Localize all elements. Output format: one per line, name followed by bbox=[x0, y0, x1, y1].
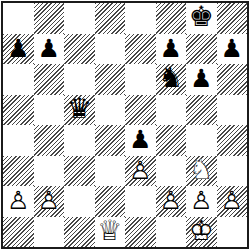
white-pawn-icon: ♙ bbox=[160, 188, 182, 213]
black-knight-icon: ♞ bbox=[158, 65, 183, 93]
square-h1[interactable] bbox=[217, 217, 248, 248]
square-e8[interactable] bbox=[125, 3, 156, 34]
square-c6[interactable] bbox=[64, 64, 95, 95]
white-pawn-icon: ♙ bbox=[38, 188, 60, 213]
square-f6[interactable]: ♞ bbox=[156, 64, 187, 95]
square-e4[interactable]: ♟ bbox=[125, 125, 156, 156]
black-pawn-icon: ♟ bbox=[38, 36, 60, 61]
square-f2[interactable]: ♟♙ bbox=[156, 186, 187, 217]
square-f8[interactable] bbox=[156, 3, 187, 34]
square-d8[interactable] bbox=[95, 3, 126, 34]
piece-white-pawn[interactable]: ♟♙ bbox=[156, 186, 187, 217]
square-e1[interactable] bbox=[125, 217, 156, 248]
black-pawn-icon: ♟ bbox=[190, 66, 212, 91]
square-b2[interactable]: ♟♙ bbox=[34, 186, 65, 217]
square-f5[interactable] bbox=[156, 95, 187, 126]
square-d5[interactable] bbox=[95, 95, 126, 126]
square-g3[interactable]: ♞♘ bbox=[186, 156, 217, 187]
piece-white-pawn[interactable]: ♟♙ bbox=[125, 156, 156, 187]
square-a5[interactable] bbox=[3, 95, 34, 126]
piece-black-pawn[interactable]: ♟ bbox=[34, 34, 65, 65]
square-h2[interactable]: ♟♙ bbox=[217, 186, 248, 217]
square-d4[interactable] bbox=[95, 125, 126, 156]
square-c1[interactable] bbox=[64, 217, 95, 248]
square-h5[interactable] bbox=[217, 95, 248, 126]
black-pawn-icon: ♟ bbox=[129, 127, 151, 152]
piece-black-pawn[interactable]: ♟ bbox=[3, 34, 34, 65]
square-e2[interactable] bbox=[125, 186, 156, 217]
square-f7[interactable]: ♟ bbox=[156, 34, 187, 65]
square-h6[interactable] bbox=[217, 64, 248, 95]
piece-white-pawn[interactable]: ♟♙ bbox=[3, 186, 34, 217]
square-a7[interactable]: ♟ bbox=[3, 34, 34, 65]
square-f1[interactable] bbox=[156, 217, 187, 248]
square-c8[interactable] bbox=[64, 3, 95, 34]
square-a2[interactable]: ♟♙ bbox=[3, 186, 34, 217]
square-g6[interactable]: ♟ bbox=[186, 64, 217, 95]
chess-diagram: ♚♟♟♟♟♞♟♛♟♟♙♞♘♟♙♟♙♟♙♟♙♟♙♛♕♚♔ bbox=[0, 0, 250, 250]
square-b7[interactable]: ♟ bbox=[34, 34, 65, 65]
piece-white-king[interactable]: ♚♔ bbox=[186, 217, 217, 248]
white-pawn-icon: ♙ bbox=[7, 188, 29, 213]
white-knight-icon: ♘ bbox=[189, 156, 214, 184]
black-queen-icon: ♛ bbox=[67, 95, 92, 123]
white-pawn-icon: ♙ bbox=[129, 158, 151, 183]
square-g1[interactable]: ♚♔ bbox=[186, 217, 217, 248]
square-b6[interactable] bbox=[34, 64, 65, 95]
square-c4[interactable] bbox=[64, 125, 95, 156]
piece-black-pawn[interactable]: ♟ bbox=[156, 34, 187, 65]
square-f4[interactable] bbox=[156, 125, 187, 156]
square-e7[interactable] bbox=[125, 34, 156, 65]
square-e6[interactable] bbox=[125, 64, 156, 95]
square-c7[interactable] bbox=[64, 34, 95, 65]
square-g5[interactable] bbox=[186, 95, 217, 126]
square-h3[interactable] bbox=[217, 156, 248, 187]
square-b4[interactable] bbox=[34, 125, 65, 156]
chess-board: ♚♟♟♟♟♞♟♛♟♟♙♞♘♟♙♟♙♟♙♟♙♟♙♛♕♚♔ bbox=[1, 1, 249, 249]
piece-black-queen[interactable]: ♛ bbox=[64, 95, 95, 126]
square-b3[interactable] bbox=[34, 156, 65, 187]
piece-white-pawn[interactable]: ♟♙ bbox=[34, 186, 65, 217]
square-a3[interactable] bbox=[3, 156, 34, 187]
white-queen-icon: ♕ bbox=[97, 217, 122, 245]
square-c2[interactable] bbox=[64, 186, 95, 217]
square-g7[interactable] bbox=[186, 34, 217, 65]
piece-white-knight[interactable]: ♞♘ bbox=[186, 156, 217, 187]
square-d1[interactable]: ♛♕ bbox=[95, 217, 126, 248]
square-c3[interactable] bbox=[64, 156, 95, 187]
square-e5[interactable] bbox=[125, 95, 156, 126]
square-b5[interactable] bbox=[34, 95, 65, 126]
piece-black-knight[interactable]: ♞ bbox=[156, 64, 187, 95]
square-e3[interactable]: ♟♙ bbox=[125, 156, 156, 187]
white-pawn-icon: ♙ bbox=[221, 188, 243, 213]
black-king-icon: ♚ bbox=[189, 4, 214, 32]
square-a6[interactable] bbox=[3, 64, 34, 95]
piece-white-queen[interactable]: ♛♕ bbox=[95, 217, 126, 248]
square-b8[interactable] bbox=[34, 3, 65, 34]
square-d6[interactable] bbox=[95, 64, 126, 95]
square-b1[interactable] bbox=[34, 217, 65, 248]
piece-black-pawn[interactable]: ♟ bbox=[125, 125, 156, 156]
black-pawn-icon: ♟ bbox=[7, 36, 29, 61]
square-a1[interactable] bbox=[3, 217, 34, 248]
square-c5[interactable]: ♛ bbox=[64, 95, 95, 126]
square-g8[interactable]: ♚ bbox=[186, 3, 217, 34]
square-g2[interactable]: ♟♙ bbox=[186, 186, 217, 217]
square-g4[interactable] bbox=[186, 125, 217, 156]
black-pawn-icon: ♟ bbox=[160, 36, 182, 61]
square-h8[interactable] bbox=[217, 3, 248, 34]
square-h7[interactable]: ♟ bbox=[217, 34, 248, 65]
square-h4[interactable] bbox=[217, 125, 248, 156]
piece-black-pawn[interactable]: ♟ bbox=[217, 34, 248, 65]
square-f3[interactable] bbox=[156, 156, 187, 187]
white-pawn-icon: ♙ bbox=[190, 188, 212, 213]
piece-white-pawn[interactable]: ♟♙ bbox=[186, 186, 217, 217]
piece-black-king[interactable]: ♚ bbox=[186, 3, 217, 34]
black-pawn-icon: ♟ bbox=[221, 36, 243, 61]
square-a8[interactable] bbox=[3, 3, 34, 34]
piece-black-pawn[interactable]: ♟ bbox=[186, 64, 217, 95]
square-a4[interactable] bbox=[3, 125, 34, 156]
square-d2[interactable] bbox=[95, 186, 126, 217]
piece-white-pawn[interactable]: ♟♙ bbox=[217, 186, 248, 217]
square-d3[interactable] bbox=[95, 156, 126, 187]
white-king-icon: ♔ bbox=[189, 217, 214, 245]
square-d7[interactable] bbox=[95, 34, 126, 65]
